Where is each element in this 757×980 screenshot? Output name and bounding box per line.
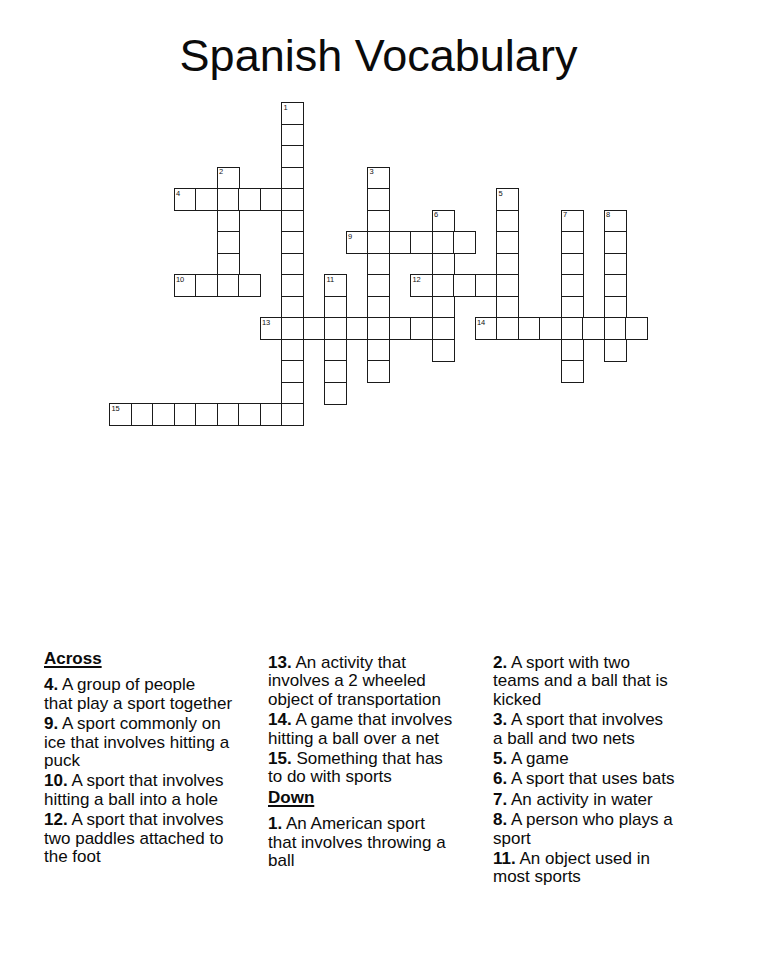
clue-item-number: 14. bbox=[268, 710, 292, 729]
clue-number: 4 bbox=[176, 190, 180, 198]
grid-cell[interactable]: 8 bbox=[604, 210, 627, 233]
clues-column-1: Across4. A group of people that play a s… bbox=[44, 650, 269, 868]
clue-item: 2. A sport with two teams and a ball tha… bbox=[493, 654, 708, 709]
clue-item-text: A sport that involves hitting a ball int… bbox=[44, 771, 224, 808]
grid-cell[interactable]: 9 bbox=[346, 231, 369, 254]
grid-cell[interactable]: 6 bbox=[432, 210, 455, 233]
clue-item-text: A person who plays a sport bbox=[493, 810, 673, 847]
grid-cell[interactable] bbox=[453, 231, 476, 254]
clue-item-number: 8. bbox=[493, 810, 507, 829]
grid-cell[interactable] bbox=[346, 317, 369, 340]
grid-cell[interactable] bbox=[496, 296, 519, 319]
grid-cell[interactable] bbox=[561, 274, 584, 297]
clue-item-text: A sport commonly on ice that involves hi… bbox=[44, 714, 229, 770]
clue-number: 1 bbox=[284, 104, 288, 112]
grid-cell[interactable] bbox=[281, 296, 304, 319]
grid-cell[interactable] bbox=[281, 145, 304, 168]
grid-cell[interactable] bbox=[561, 339, 584, 362]
grid-cell[interactable] bbox=[561, 360, 584, 383]
clue-item-number: 15. bbox=[268, 749, 292, 768]
grid-cell[interactable] bbox=[324, 382, 347, 405]
grid-cell[interactable] bbox=[217, 210, 240, 233]
grid-cell[interactable] bbox=[281, 382, 304, 405]
grid-cell[interactable] bbox=[281, 317, 304, 340]
clue-item-number: 2. bbox=[493, 653, 507, 672]
grid-cell[interactable] bbox=[217, 253, 240, 276]
grid-cell[interactable]: 2 bbox=[217, 167, 240, 190]
clue-number: 3 bbox=[370, 168, 374, 176]
clue-number: 15 bbox=[112, 405, 120, 413]
clue-item: 12. A sport that involves two paddles at… bbox=[44, 811, 269, 866]
clue-number: 7 bbox=[563, 211, 567, 219]
grid-cell[interactable] bbox=[195, 274, 218, 297]
clue-item: 5. A game bbox=[493, 750, 708, 768]
grid-cell[interactable] bbox=[561, 296, 584, 319]
grid-cell[interactable] bbox=[367, 231, 390, 254]
clue-number: 10 bbox=[176, 276, 184, 284]
clue-number: 2 bbox=[219, 168, 223, 176]
clue-item: 6. A sport that uses bats bbox=[493, 770, 708, 788]
clue-item: 3. A sport that involves a ball and two … bbox=[493, 711, 708, 748]
grid-cell[interactable] bbox=[324, 360, 347, 383]
grid-cell[interactable] bbox=[604, 339, 627, 362]
clue-item-text: A game that involves hitting a ball over… bbox=[268, 710, 452, 747]
clue-item: 9. A sport commonly on ice that involves… bbox=[44, 715, 269, 770]
grid-cell[interactable] bbox=[217, 403, 240, 426]
grid-cell[interactable] bbox=[324, 296, 347, 319]
grid-cell[interactable] bbox=[561, 231, 584, 254]
grid-cell[interactable] bbox=[281, 231, 304, 254]
grid-cell[interactable] bbox=[281, 167, 304, 190]
page-title: Spanish Vocabulary bbox=[0, 30, 757, 82]
grid-cell[interactable] bbox=[367, 188, 390, 211]
grid-cell[interactable] bbox=[324, 339, 347, 362]
grid-cell[interactable] bbox=[238, 403, 261, 426]
grid-cell[interactable] bbox=[367, 253, 390, 276]
grid-cell[interactable] bbox=[410, 231, 433, 254]
clue-item-text: Something that has to do with sports bbox=[268, 749, 443, 786]
across-header: Across bbox=[44, 650, 269, 668]
grid-cell[interactable]: 12 bbox=[410, 274, 433, 297]
clue-item-number: 12. bbox=[44, 810, 68, 829]
grid-cell[interactable] bbox=[496, 253, 519, 276]
clue-item: 13. An activity that involves a 2 wheele… bbox=[268, 654, 493, 709]
grid-cell[interactable] bbox=[217, 274, 240, 297]
clue-item-text: A sport that involves a ball and two net… bbox=[493, 710, 663, 747]
clue-item-text: A group of people that play a sport toge… bbox=[44, 675, 232, 712]
grid-cell[interactable] bbox=[195, 403, 218, 426]
clue-item-number: 3. bbox=[493, 710, 507, 729]
clue-item-number: 13. bbox=[268, 653, 292, 672]
clue-number: 6 bbox=[434, 211, 438, 219]
grid-cell[interactable]: 4 bbox=[174, 188, 197, 211]
crossword-page: { "title": "Spanish Vocabulary", "game":… bbox=[0, 0, 757, 980]
grid-cell[interactable] bbox=[539, 317, 562, 340]
grid-cell[interactable] bbox=[238, 274, 261, 297]
clue-item: 11. An object used in most sports bbox=[493, 850, 708, 887]
grid-cell[interactable] bbox=[281, 339, 304, 362]
grid-cell[interactable] bbox=[453, 274, 476, 297]
grid-cell[interactable] bbox=[281, 360, 304, 383]
grid-cell[interactable] bbox=[217, 188, 240, 211]
grid-cell[interactable] bbox=[496, 317, 519, 340]
grid-cell[interactable] bbox=[195, 188, 218, 211]
grid-cell[interactable]: 7 bbox=[561, 210, 584, 233]
grid-cell[interactable]: 15 bbox=[109, 403, 132, 426]
grid-cell[interactable]: 11 bbox=[324, 274, 347, 297]
clue-item-text: A sport that uses bats bbox=[511, 769, 674, 788]
clue-item-text: A game bbox=[511, 749, 569, 768]
grid-cell[interactable] bbox=[604, 274, 627, 297]
grid-cell[interactable] bbox=[432, 296, 455, 319]
grid-cell[interactable] bbox=[604, 231, 627, 254]
clue-item-text: An American sport that involves throwing… bbox=[268, 814, 446, 870]
grid-cell[interactable] bbox=[260, 403, 283, 426]
grid-cell[interactable] bbox=[518, 317, 541, 340]
grid-cell[interactable] bbox=[367, 210, 390, 233]
clues-column-2: 13. An activity that involves a 2 wheele… bbox=[268, 654, 493, 872]
grid-cell[interactable] bbox=[432, 317, 455, 340]
clue-item-number: 5. bbox=[493, 749, 507, 768]
clue-item-number: 11. bbox=[493, 849, 516, 868]
grid-cell[interactable] bbox=[561, 317, 584, 340]
grid-cell[interactable] bbox=[582, 317, 605, 340]
grid-cell[interactable]: 5 bbox=[496, 188, 519, 211]
grid-cell[interactable] bbox=[432, 274, 455, 297]
grid-cell[interactable] bbox=[174, 403, 197, 426]
clue-item: 10. A sport that involves hitting a ball… bbox=[44, 772, 269, 809]
grid-cell[interactable] bbox=[260, 188, 283, 211]
grid-cell[interactable] bbox=[604, 317, 627, 340]
clue-item-text: A sport that involves two paddles attach… bbox=[44, 810, 224, 866]
clue-number: 9 bbox=[348, 233, 352, 241]
clue-number: 12 bbox=[413, 276, 421, 284]
grid-cell[interactable] bbox=[281, 124, 304, 147]
grid-cell[interactable]: 14 bbox=[475, 317, 498, 340]
grid-cell[interactable] bbox=[367, 339, 390, 362]
grid-cell[interactable]: 3 bbox=[367, 167, 390, 190]
grid-cell[interactable] bbox=[367, 317, 390, 340]
grid-cell[interactable] bbox=[604, 296, 627, 319]
grid-cell[interactable] bbox=[281, 253, 304, 276]
clue-item-number: 9. bbox=[44, 714, 58, 733]
grid-cell[interactable] bbox=[217, 231, 240, 254]
grid-cell[interactable] bbox=[324, 317, 347, 340]
clue-number: 5 bbox=[499, 190, 503, 198]
grid-cell[interactable] bbox=[432, 231, 455, 254]
clue-number: 8 bbox=[606, 211, 610, 219]
clue-item: 1. An American sport that involves throw… bbox=[268, 815, 493, 870]
grid-cell[interactable] bbox=[367, 274, 390, 297]
grid-cell[interactable] bbox=[496, 210, 519, 233]
grid-cell[interactable] bbox=[604, 253, 627, 276]
clue-item-number: 10. bbox=[44, 771, 68, 790]
grid-cell[interactable]: 13 bbox=[260, 317, 283, 340]
grid-cell[interactable] bbox=[389, 231, 412, 254]
clue-item-number: 6. bbox=[493, 769, 507, 788]
grid-cell[interactable] bbox=[561, 253, 584, 276]
clue-item: 15. Something that has to do with sports bbox=[268, 750, 493, 787]
clue-item: 4. A group of people that play a sport t… bbox=[44, 676, 269, 713]
grid-cell[interactable] bbox=[475, 274, 498, 297]
crossword-grid: 123456789101112131415 bbox=[109, 102, 651, 428]
grid-cell[interactable] bbox=[281, 188, 304, 211]
clues-column-3: 2. A sport with two teams and a ball tha… bbox=[493, 654, 708, 889]
grid-cell[interactable] bbox=[303, 317, 326, 340]
clue-item-number: 7. bbox=[493, 790, 507, 809]
grid-cell[interactable] bbox=[238, 188, 261, 211]
grid-cell[interactable] bbox=[131, 403, 154, 426]
clue-item-text: An activity in water bbox=[511, 790, 653, 809]
clue-number: 13 bbox=[262, 319, 270, 327]
grid-cell[interactable] bbox=[281, 210, 304, 233]
clue-item: 14. A game that involves hitting a ball … bbox=[268, 711, 493, 748]
grid-cell[interactable] bbox=[432, 253, 455, 276]
grid-cell[interactable] bbox=[410, 317, 433, 340]
clue-item-text: An object used in most sports bbox=[493, 849, 650, 886]
grid-cell[interactable] bbox=[625, 317, 648, 340]
grid-cell[interactable] bbox=[496, 231, 519, 254]
clue-item-number: 4. bbox=[44, 675, 58, 694]
grid-cell[interactable] bbox=[152, 403, 175, 426]
clue-number: 11 bbox=[327, 276, 334, 284]
clue-number: 14 bbox=[477, 319, 485, 327]
grid-cell[interactable] bbox=[281, 274, 304, 297]
grid-cell[interactable] bbox=[496, 274, 519, 297]
grid-cell[interactable] bbox=[389, 317, 412, 340]
clue-item: 7. An activity in water bbox=[493, 791, 708, 809]
grid-cell[interactable]: 10 bbox=[174, 274, 197, 297]
clue-item-number: 1. bbox=[268, 814, 282, 833]
down-header: Down bbox=[268, 789, 493, 807]
grid-cell[interactable] bbox=[367, 296, 390, 319]
grid-cell[interactable] bbox=[367, 360, 390, 383]
clue-item: 8. A person who plays a sport bbox=[493, 811, 708, 848]
clue-item-text: A sport with two teams and a ball that i… bbox=[493, 653, 668, 709]
clue-item-text: An activity that involves a 2 wheeled ob… bbox=[268, 653, 441, 709]
grid-cell[interactable]: 1 bbox=[281, 102, 304, 125]
grid-cell[interactable] bbox=[432, 339, 455, 362]
grid-cell[interactable] bbox=[281, 403, 304, 426]
